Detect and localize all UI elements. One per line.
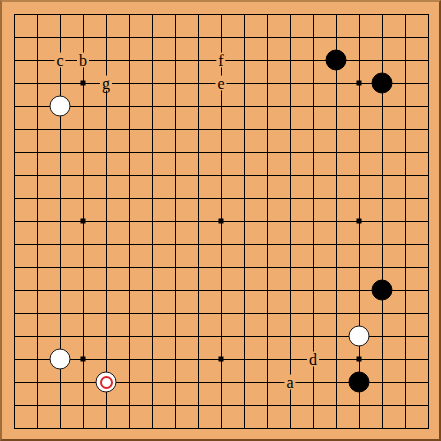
intersection[interactable] [210,3,233,26]
intersection[interactable] [256,118,279,141]
intersection[interactable] [118,417,141,440]
intersection[interactable] [371,394,394,417]
intersection[interactable] [3,302,26,325]
intersection[interactable] [371,279,394,302]
intersection[interactable] [187,233,210,256]
intersection[interactable] [49,95,72,118]
intersection[interactable] [118,371,141,394]
intersection[interactable] [72,233,95,256]
intersection[interactable] [3,256,26,279]
intersection[interactable] [348,256,371,279]
intersection[interactable] [348,279,371,302]
intersection[interactable] [417,302,440,325]
intersection[interactable] [118,394,141,417]
intersection[interactable] [49,302,72,325]
intersection[interactable] [210,164,233,187]
intersection[interactable]: e [210,72,233,95]
intersection[interactable] [256,95,279,118]
intersection[interactable] [233,210,256,233]
intersection[interactable] [72,417,95,440]
intersection[interactable] [95,417,118,440]
intersection[interactable] [279,49,302,72]
intersection[interactable] [394,210,417,233]
intersection[interactable] [394,394,417,417]
intersection[interactable] [417,417,440,440]
intersection[interactable] [187,187,210,210]
intersection[interactable] [26,371,49,394]
intersection[interactable] [49,256,72,279]
intersection[interactable] [3,279,26,302]
intersection[interactable] [348,49,371,72]
intersection[interactable] [26,95,49,118]
intersection[interactable] [164,95,187,118]
intersection[interactable] [141,95,164,118]
intersection[interactable] [164,26,187,49]
intersection[interactable] [72,164,95,187]
intersection[interactable] [371,3,394,26]
intersection[interactable] [164,279,187,302]
intersection[interactable] [187,325,210,348]
intersection[interactable] [210,118,233,141]
intersection[interactable] [348,325,371,348]
intersection[interactable] [49,325,72,348]
intersection[interactable] [141,394,164,417]
intersection[interactable] [187,210,210,233]
intersection[interactable] [164,118,187,141]
intersection[interactable] [26,187,49,210]
intersection[interactable] [141,233,164,256]
intersection[interactable] [95,233,118,256]
intersection[interactable] [26,49,49,72]
intersection[interactable] [49,210,72,233]
intersection[interactable] [187,118,210,141]
intersection[interactable] [187,279,210,302]
intersection[interactable] [279,164,302,187]
intersection[interactable] [210,187,233,210]
intersection[interactable] [118,256,141,279]
intersection[interactable] [118,118,141,141]
intersection[interactable] [256,394,279,417]
intersection[interactable] [233,141,256,164]
intersection[interactable] [72,210,95,233]
intersection[interactable] [394,72,417,95]
intersection[interactable] [279,187,302,210]
intersection[interactable] [279,210,302,233]
intersection[interactable] [302,210,325,233]
intersection[interactable] [187,164,210,187]
intersection[interactable] [26,72,49,95]
intersection[interactable] [118,95,141,118]
intersection[interactable] [118,141,141,164]
intersection[interactable] [118,233,141,256]
intersection[interactable] [210,95,233,118]
intersection[interactable] [26,394,49,417]
intersection[interactable] [325,394,348,417]
intersection[interactable] [141,164,164,187]
intersection[interactable] [95,279,118,302]
intersection[interactable] [302,72,325,95]
intersection[interactable] [72,141,95,164]
intersection[interactable] [118,26,141,49]
intersection[interactable] [210,371,233,394]
intersection[interactable] [233,279,256,302]
intersection[interactable] [95,164,118,187]
intersection[interactable] [348,72,371,95]
intersection[interactable] [325,417,348,440]
intersection[interactable] [118,210,141,233]
intersection[interactable] [348,141,371,164]
intersection[interactable] [371,325,394,348]
intersection[interactable] [49,3,72,26]
intersection[interactable] [164,141,187,164]
intersection[interactable] [72,72,95,95]
intersection[interactable] [417,3,440,26]
intersection[interactable] [394,95,417,118]
intersection[interactable] [49,187,72,210]
intersection[interactable] [394,348,417,371]
intersection[interactable] [141,325,164,348]
intersection[interactable] [302,302,325,325]
intersection[interactable] [26,210,49,233]
intersection[interactable] [187,49,210,72]
intersection[interactable] [26,141,49,164]
intersection[interactable] [256,279,279,302]
intersection[interactable] [348,95,371,118]
intersection[interactable] [141,417,164,440]
intersection[interactable] [325,3,348,26]
intersection[interactable] [164,325,187,348]
intersection[interactable] [233,371,256,394]
intersection[interactable] [233,187,256,210]
intersection[interactable] [371,164,394,187]
intersection[interactable] [302,279,325,302]
intersection[interactable] [302,417,325,440]
intersection[interactable] [256,233,279,256]
intersection[interactable] [26,302,49,325]
intersection[interactable] [371,118,394,141]
intersection[interactable] [3,49,26,72]
intersection[interactable] [187,72,210,95]
intersection[interactable] [348,210,371,233]
intersection[interactable] [302,141,325,164]
intersection[interactable] [49,417,72,440]
intersection[interactable] [164,3,187,26]
intersection[interactable] [302,118,325,141]
intersection[interactable] [417,394,440,417]
intersection[interactable]: f [210,49,233,72]
intersection[interactable] [394,164,417,187]
intersection[interactable] [164,72,187,95]
intersection[interactable] [187,141,210,164]
intersection[interactable] [371,256,394,279]
intersection[interactable] [325,26,348,49]
intersection[interactable] [95,26,118,49]
intersection[interactable] [233,118,256,141]
intersection[interactable] [164,371,187,394]
intersection[interactable] [233,3,256,26]
intersection[interactable] [256,302,279,325]
intersection[interactable] [348,371,371,394]
intersection[interactable] [302,3,325,26]
intersection[interactable] [394,26,417,49]
intersection[interactable] [256,72,279,95]
intersection[interactable] [95,3,118,26]
intersection[interactable] [164,417,187,440]
intersection[interactable] [3,3,26,26]
intersection[interactable] [118,72,141,95]
intersection[interactable] [417,325,440,348]
intersection[interactable] [26,3,49,26]
intersection[interactable] [141,49,164,72]
intersection[interactable] [348,417,371,440]
intersection[interactable] [95,210,118,233]
intersection[interactable] [348,118,371,141]
intersection[interactable] [118,3,141,26]
intersection[interactable] [256,417,279,440]
intersection[interactable] [371,187,394,210]
intersection[interactable] [325,233,348,256]
intersection[interactable] [210,279,233,302]
intersection[interactable] [3,118,26,141]
intersection[interactable] [394,279,417,302]
intersection[interactable] [210,417,233,440]
intersection[interactable]: g [95,72,118,95]
intersection[interactable] [26,118,49,141]
intersection[interactable] [3,325,26,348]
intersection[interactable] [417,233,440,256]
intersection[interactable] [302,394,325,417]
intersection[interactable] [394,118,417,141]
intersection[interactable] [348,3,371,26]
intersection[interactable] [233,26,256,49]
intersection[interactable] [164,210,187,233]
intersection[interactable] [371,210,394,233]
intersection[interactable] [279,325,302,348]
intersection[interactable] [325,164,348,187]
intersection[interactable] [256,141,279,164]
intersection[interactable] [72,187,95,210]
intersection[interactable] [417,187,440,210]
intersection[interactable] [95,325,118,348]
intersection[interactable] [187,371,210,394]
intersection[interactable] [26,26,49,49]
intersection[interactable] [26,279,49,302]
intersection[interactable] [302,187,325,210]
intersection[interactable] [3,72,26,95]
intersection[interactable] [394,302,417,325]
intersection[interactable] [118,348,141,371]
intersection[interactable] [72,371,95,394]
intersection[interactable] [95,95,118,118]
intersection[interactable] [302,49,325,72]
intersection[interactable] [72,95,95,118]
intersection[interactable] [256,3,279,26]
intersection[interactable] [141,302,164,325]
intersection[interactable] [279,26,302,49]
intersection[interactable] [394,256,417,279]
intersection[interactable] [26,325,49,348]
intersection[interactable] [256,26,279,49]
intersection[interactable] [141,118,164,141]
intersection[interactable] [141,141,164,164]
intersection[interactable] [279,95,302,118]
intersection[interactable] [3,26,26,49]
intersection[interactable] [72,279,95,302]
intersection[interactable] [95,371,118,394]
intersection[interactable] [417,164,440,187]
intersection[interactable] [325,348,348,371]
intersection[interactable] [118,164,141,187]
intersection[interactable] [417,348,440,371]
intersection[interactable] [210,394,233,417]
intersection[interactable] [210,302,233,325]
intersection[interactable] [95,348,118,371]
intersection[interactable] [279,279,302,302]
intersection[interactable] [417,210,440,233]
intersection[interactable] [164,164,187,187]
intersection[interactable] [371,141,394,164]
intersection[interactable] [210,233,233,256]
intersection[interactable] [256,256,279,279]
intersection[interactable] [325,325,348,348]
intersection[interactable] [417,256,440,279]
intersection[interactable] [279,118,302,141]
intersection[interactable] [417,95,440,118]
intersection[interactable] [302,325,325,348]
intersection[interactable] [325,210,348,233]
intersection[interactable] [348,233,371,256]
intersection[interactable] [256,210,279,233]
intersection[interactable] [49,279,72,302]
intersection[interactable] [72,118,95,141]
intersection[interactable] [394,325,417,348]
intersection[interactable] [348,348,371,371]
intersection[interactable] [394,371,417,394]
intersection[interactable] [210,26,233,49]
intersection[interactable] [164,256,187,279]
intersection[interactable] [325,256,348,279]
intersection[interactable] [325,95,348,118]
intersection[interactable] [394,141,417,164]
intersection[interactable] [49,141,72,164]
intersection[interactable] [302,371,325,394]
intersection[interactable] [3,210,26,233]
intersection[interactable] [118,302,141,325]
intersection[interactable] [233,302,256,325]
intersection[interactable] [394,233,417,256]
intersection[interactable] [95,302,118,325]
intersection[interactable] [302,164,325,187]
intersection[interactable] [49,118,72,141]
intersection[interactable] [256,325,279,348]
intersection[interactable] [233,164,256,187]
intersection[interactable]: d [302,348,325,371]
intersection[interactable] [233,325,256,348]
intersection[interactable] [141,371,164,394]
intersection[interactable] [233,348,256,371]
intersection[interactable] [233,95,256,118]
intersection[interactable]: a [279,371,302,394]
intersection[interactable] [3,394,26,417]
intersection[interactable] [26,233,49,256]
intersection[interactable] [233,72,256,95]
intersection[interactable] [95,49,118,72]
intersection[interactable] [325,371,348,394]
intersection[interactable] [417,279,440,302]
intersection[interactable] [394,3,417,26]
intersection[interactable] [49,72,72,95]
intersection[interactable] [302,233,325,256]
intersection[interactable] [3,348,26,371]
intersection[interactable] [256,164,279,187]
intersection[interactable] [233,394,256,417]
intersection[interactable] [279,302,302,325]
intersection[interactable] [164,49,187,72]
intersection[interactable] [3,164,26,187]
intersection[interactable] [279,417,302,440]
intersection[interactable]: c [49,49,72,72]
intersection[interactable] [187,95,210,118]
intersection[interactable] [279,72,302,95]
intersection[interactable] [141,348,164,371]
intersection[interactable] [95,187,118,210]
intersection[interactable] [26,164,49,187]
intersection[interactable] [210,141,233,164]
intersection[interactable] [3,417,26,440]
intersection[interactable] [26,348,49,371]
intersection[interactable] [371,417,394,440]
intersection[interactable] [325,118,348,141]
intersection[interactable] [118,279,141,302]
intersection[interactable] [348,164,371,187]
intersection[interactable] [279,394,302,417]
intersection[interactable] [72,394,95,417]
intersection[interactable] [187,417,210,440]
intersection[interactable] [256,348,279,371]
intersection[interactable] [256,187,279,210]
intersection[interactable] [72,302,95,325]
intersection[interactable] [279,233,302,256]
intersection[interactable] [72,348,95,371]
intersection[interactable] [325,187,348,210]
intersection[interactable] [187,26,210,49]
intersection[interactable] [164,302,187,325]
intersection[interactable] [49,371,72,394]
intersection[interactable] [417,72,440,95]
intersection[interactable] [187,302,210,325]
intersection[interactable] [417,26,440,49]
intersection[interactable] [325,72,348,95]
intersection[interactable] [371,95,394,118]
intersection[interactable] [233,49,256,72]
intersection[interactable] [187,256,210,279]
intersection[interactable] [302,256,325,279]
intersection[interactable] [348,187,371,210]
intersection[interactable] [394,49,417,72]
intersection[interactable] [164,233,187,256]
intersection[interactable] [348,394,371,417]
intersection[interactable] [417,118,440,141]
intersection[interactable] [118,187,141,210]
intersection[interactable] [371,371,394,394]
intersection[interactable] [3,233,26,256]
intersection[interactable] [371,49,394,72]
intersection[interactable] [210,210,233,233]
intersection[interactable] [325,49,348,72]
intersection[interactable] [279,3,302,26]
intersection[interactable] [210,325,233,348]
intersection[interactable] [371,302,394,325]
